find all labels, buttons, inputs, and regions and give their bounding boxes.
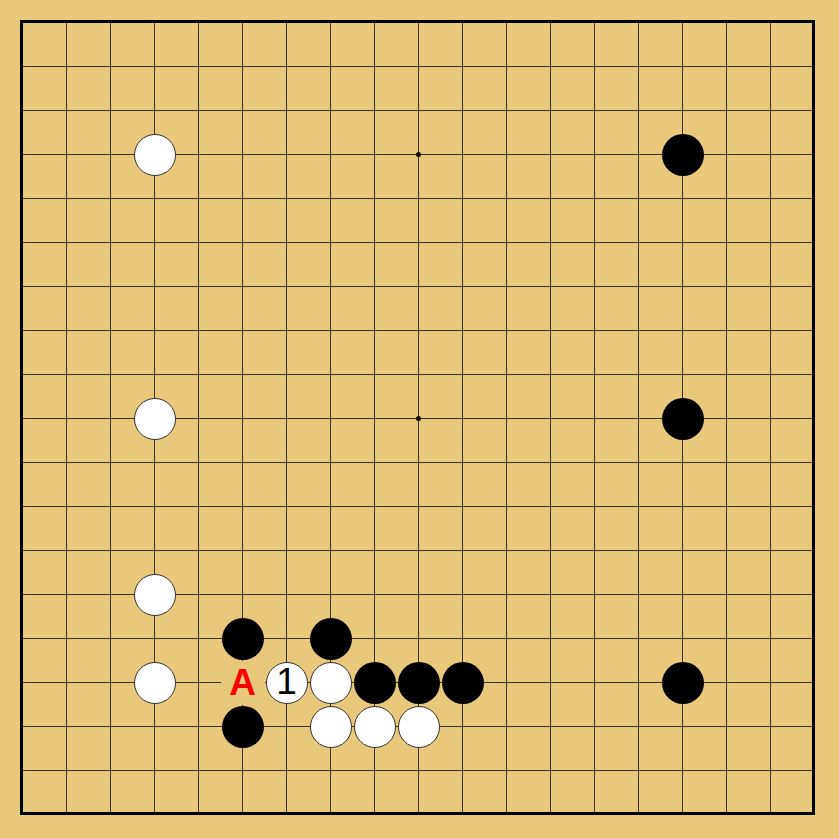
white-stone [310, 706, 352, 748]
black-stone [310, 618, 352, 660]
star-point [416, 416, 421, 421]
white-stone [134, 134, 176, 176]
star-point [416, 152, 421, 157]
white-stone [354, 706, 396, 748]
black-stone [398, 662, 440, 704]
white-stone [134, 662, 176, 704]
black-stone [222, 706, 264, 748]
white-stone-move-1: 1 [266, 662, 308, 704]
white-stone [134, 398, 176, 440]
black-stone [222, 618, 264, 660]
go-board-diagram: A1 [0, 0, 839, 838]
black-stone [442, 662, 484, 704]
point-label-A: A [221, 661, 265, 705]
black-stone [354, 662, 396, 704]
white-stone [310, 662, 352, 704]
move-number: 1 [276, 663, 297, 700]
black-stone [662, 398, 704, 440]
white-stone [398, 706, 440, 748]
go-board: A1 [1, 1, 837, 837]
white-stone [134, 574, 176, 616]
black-stone [662, 134, 704, 176]
black-stone [662, 662, 704, 704]
